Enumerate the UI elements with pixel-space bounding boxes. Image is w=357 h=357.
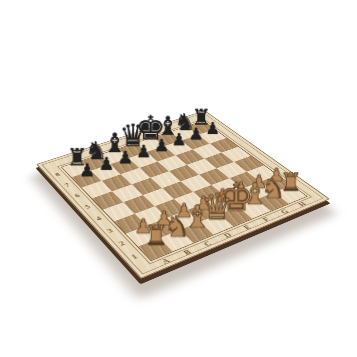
rank-label-2: 2 xyxy=(117,240,126,247)
rank-label-1: 1 xyxy=(130,253,139,260)
rank-label-4: 4 xyxy=(94,215,102,221)
rank-label-5: 5 xyxy=(84,204,92,210)
file-label-f: F xyxy=(261,216,271,223)
piece-black-bishop: ♝ xyxy=(156,114,179,140)
file-label-e: E xyxy=(242,224,253,231)
chess-board: ♜♞♝♛♚♝♞♜♟♟♟♟♟♟♟♟♟♟♟♟♟♟♟♟♜♞♝♛♚♝♞♜ ABCDEFG… xyxy=(36,110,330,278)
rank-label-3: 3 xyxy=(106,227,115,234)
square-b8: ♞ xyxy=(81,155,110,171)
piece-black-rook: ♜ xyxy=(192,107,211,129)
piece-black-king: ♚ xyxy=(136,112,166,145)
file-label-d: D xyxy=(222,232,233,239)
file-label-c: C xyxy=(202,240,213,248)
rank-label-6: 6 xyxy=(73,193,81,199)
file-label-a: A xyxy=(160,257,171,265)
rank-label-7: 7 xyxy=(63,182,71,188)
file-label-b: B xyxy=(182,248,193,256)
file-label-g: G xyxy=(279,208,290,215)
rank-label-8: 8 xyxy=(54,172,61,177)
board-frame: ♜♞♝♛♚♝♞♜♟♟♟♟♟♟♟♟♟♟♟♟♟♟♟♟♜♞♝♛♚♝♞♜ ABCDEFG… xyxy=(36,110,330,278)
piece-black-rook: ♜ xyxy=(67,146,88,169)
file-label-h: H xyxy=(297,201,308,208)
product-photo-scene: ♜♞♝♛♚♝♞♜♟♟♟♟♟♟♟♟♟♟♟♟♟♟♟♟♜♞♝♛♚♝♞♜ ABCDEFG… xyxy=(0,0,357,357)
